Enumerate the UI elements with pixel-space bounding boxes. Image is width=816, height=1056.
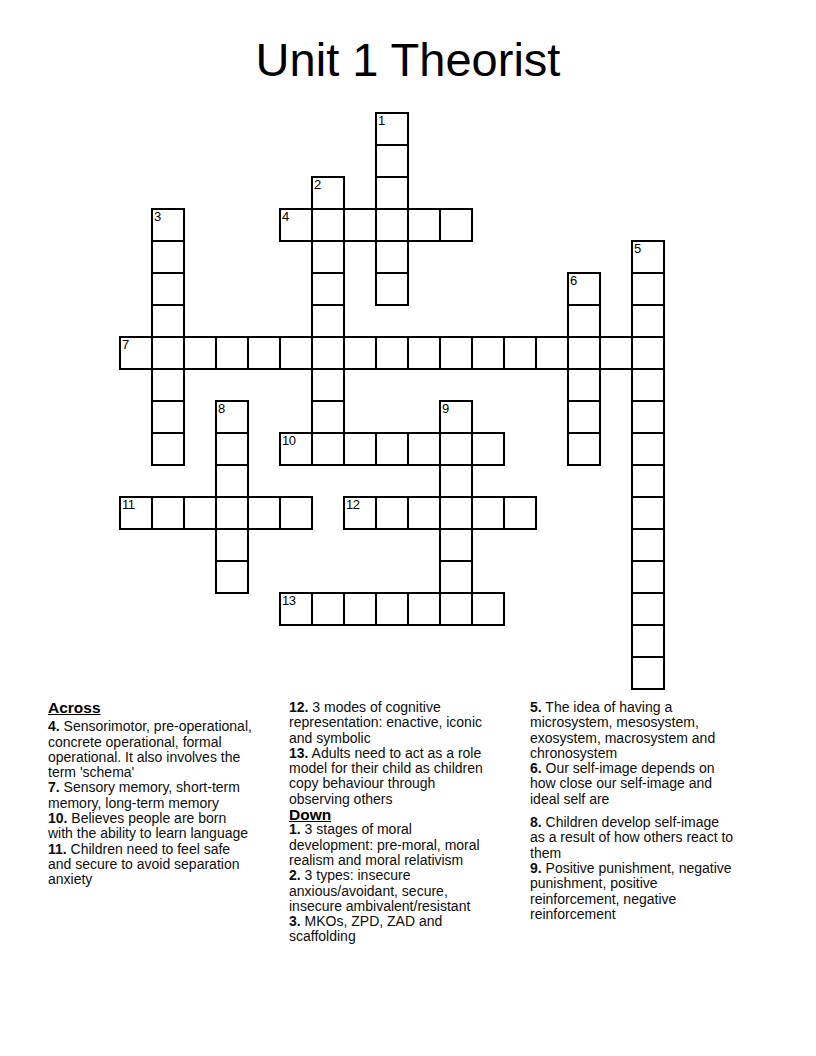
clue-2: 2. 3 types: insecure anxious/avoidant, s… (289, 868, 495, 914)
clue-number-12: 12. (289, 699, 308, 715)
clue-number-10: 10. (48, 810, 67, 826)
grid-cell-r1c8[interactable] (375, 144, 409, 178)
grid-cell-r4c6[interactable] (311, 240, 345, 274)
grid-cell-r5c1[interactable] (151, 272, 185, 306)
cell-number-13: 13 (282, 594, 295, 607)
grid-cell-r7c8[interactable] (375, 336, 409, 370)
clues-column-2: 12. 3 modes of cognitive representation:… (289, 700, 495, 945)
grid-cell-r7c6[interactable] (311, 336, 345, 370)
cell-number-7: 7 (122, 338, 129, 351)
grid-cell-r13c10[interactable] (439, 528, 473, 562)
clue-number-7: 7. (48, 779, 60, 795)
grid-cell-r8c14[interactable] (567, 368, 601, 402)
grid-cell-r12c7[interactable]: 12 (343, 496, 377, 530)
grid-cell-r16c16[interactable] (631, 624, 665, 658)
grid-cell-r3c7[interactable] (343, 208, 377, 242)
grid-cell-r15c8[interactable] (375, 592, 409, 626)
grid-cell-r12c10[interactable] (439, 496, 473, 530)
grid-cell-r10c8[interactable] (375, 432, 409, 466)
grid-cell-r5c6[interactable] (311, 272, 345, 306)
clue-number-3: 3. (289, 913, 301, 929)
clues-column-3: 5. The idea of having a microsystem, mes… (530, 700, 736, 922)
grid-cell-r3c10[interactable] (439, 208, 473, 242)
clue-number-13: 13. (289, 745, 308, 761)
grid-cell-r4c1[interactable] (151, 240, 185, 274)
grid-cell-r9c14[interactable] (567, 400, 601, 434)
grid-cell-r4c8[interactable] (375, 240, 409, 274)
grid-cell-r6c16[interactable] (631, 304, 665, 338)
grid-cell-r4c16[interactable]: 5 (631, 240, 665, 274)
grid-cell-r5c8[interactable] (375, 272, 409, 306)
grid-cell-r12c8[interactable] (375, 496, 409, 530)
cell-number-9: 9 (442, 402, 449, 415)
clue-number-6: 6. (530, 760, 542, 776)
clue-number-8: 8. (530, 814, 542, 830)
grid-cell-r7c14[interactable] (567, 336, 601, 370)
grid-cell-r12c1[interactable] (151, 496, 185, 530)
grid-cell-r12c5[interactable] (279, 496, 313, 530)
grid-cell-r11c10[interactable] (439, 464, 473, 498)
grid-cell-r10c6[interactable] (311, 432, 345, 466)
grid-cell-r7c9[interactable] (407, 336, 441, 370)
grid-cell-r12c0[interactable]: 11 (119, 496, 153, 530)
grid-cell-r9c6[interactable] (311, 400, 345, 434)
cell-number-4: 4 (282, 210, 289, 223)
grid-cell-r6c14[interactable] (567, 304, 601, 338)
clue-number-5: 5. (530, 699, 542, 715)
grid-cell-r7c1[interactable] (151, 336, 185, 370)
grid-cell-r8c1[interactable] (151, 368, 185, 402)
grid-cell-r7c0[interactable]: 7 (119, 336, 153, 370)
cell-number-1: 1 (378, 114, 385, 127)
grid-cell-r12c12[interactable] (503, 496, 537, 530)
grid-cell-r10c3[interactable] (215, 432, 249, 466)
grid-cell-r0c8[interactable]: 1 (375, 112, 409, 146)
grid-cell-r12c4[interactable] (247, 496, 281, 530)
clue-12: 12. 3 modes of cognitive representation:… (289, 700, 495, 746)
grid-cell-r15c7[interactable] (343, 592, 377, 626)
grid-cell-r6c1[interactable] (151, 304, 185, 338)
grid-cell-r10c9[interactable] (407, 432, 441, 466)
grid-cell-r10c1[interactable] (151, 432, 185, 466)
grid-cell-r7c12[interactable] (503, 336, 537, 370)
grid-cell-r8c16[interactable] (631, 368, 665, 402)
grid-cell-r15c5[interactable]: 13 (279, 592, 313, 626)
grid-cell-r10c11[interactable] (471, 432, 505, 466)
grid-cell-r12c2[interactable] (183, 496, 217, 530)
clue-number-1: 1. (289, 821, 301, 837)
grid-cell-r10c16[interactable] (631, 432, 665, 466)
grid-cell-r13c3[interactable] (215, 528, 249, 562)
grid-cell-r5c14[interactable]: 6 (567, 272, 601, 306)
grid-cell-r7c5[interactable] (279, 336, 313, 370)
grid-cell-r11c16[interactable] (631, 464, 665, 498)
grid-cell-r12c9[interactable] (407, 496, 441, 530)
clue-5: 5. The idea of having a microsystem, mes… (530, 700, 736, 761)
grid-cell-r12c3[interactable] (215, 496, 249, 530)
grid-cell-r10c14[interactable] (567, 432, 601, 466)
clue-7: 7. Sensory memory, short-term memory, lo… (48, 780, 254, 811)
cell-number-6: 6 (570, 274, 577, 287)
cell-number-3: 3 (154, 210, 161, 223)
clue-1: 1. 3 stages of moral development: pre-mo… (289, 822, 495, 868)
grid-cell-r15c10[interactable] (439, 592, 473, 626)
grid-cell-r7c3[interactable] (215, 336, 249, 370)
grid-cell-r7c11[interactable] (471, 336, 505, 370)
grid-cell-r15c11[interactable] (471, 592, 505, 626)
grid-cell-r2c6[interactable]: 2 (311, 176, 345, 210)
puzzle-title: Unit 1 Theorist (0, 35, 816, 84)
grid-cell-r15c9[interactable] (407, 592, 441, 626)
grid-cell-r9c16[interactable] (631, 400, 665, 434)
clue-number-11: 11. (48, 841, 67, 857)
cell-number-12: 12 (346, 498, 359, 511)
clue-8: 8. Children develop self-image as a resu… (530, 815, 736, 861)
cell-number-8: 8 (218, 402, 225, 415)
grid-cell-r3c6[interactable] (311, 208, 345, 242)
clue-6: 6. Our self-image depends on how close o… (530, 761, 736, 807)
cell-number-11: 11 (122, 498, 135, 511)
grid-cell-r14c16[interactable] (631, 560, 665, 594)
cell-number-10: 10 (282, 434, 295, 447)
grid-cell-r11c3[interactable] (215, 464, 249, 498)
grid-cell-r10c10[interactable] (439, 432, 473, 466)
grid-cell-r7c7[interactable] (343, 336, 377, 370)
grid-cell-r3c9[interactable] (407, 208, 441, 242)
grid-cell-r12c16[interactable] (631, 496, 665, 530)
grid-cell-r8c6[interactable] (311, 368, 345, 402)
grid-cell-r9c3[interactable]: 8 (215, 400, 249, 434)
cell-number-2: 2 (314, 178, 321, 191)
across-header: Across (48, 700, 254, 715)
clue-number-2: 2. (289, 867, 301, 883)
grid-cell-r9c1[interactable] (151, 400, 185, 434)
grid-cell-r7c4[interactable] (247, 336, 281, 370)
grid-cell-r14c3[interactable] (215, 560, 249, 594)
grid-cell-r3c8[interactable] (375, 208, 409, 242)
grid-cell-r7c2[interactable] (183, 336, 217, 370)
clue-9: 9. Positive punishment, negative punishm… (530, 861, 736, 922)
grid-cell-r3c5[interactable]: 4 (279, 208, 313, 242)
grid-cell-r17c16[interactable] (631, 656, 665, 690)
cell-number-5: 5 (634, 242, 641, 255)
grid-cell-r15c6[interactable] (311, 592, 345, 626)
crossword-grid: 12345678910111213 (119, 112, 665, 690)
clue-number-4: 4. (48, 718, 60, 734)
grid-cell-r13c16[interactable] (631, 528, 665, 562)
grid-cell-r5c16[interactable] (631, 272, 665, 306)
grid-cell-r7c15[interactable] (599, 336, 633, 370)
grid-cell-r7c13[interactable] (535, 336, 569, 370)
clue-3: 3. MKOs, ZPD, ZAD and scaffolding (289, 914, 495, 945)
clue-number-9: 9. (530, 860, 542, 876)
clues-column-1: Across4. Sensorimotor, pre-operational, … (48, 700, 254, 888)
down-header: Down (289, 807, 495, 822)
worksheet-page: Unit 1 Theorist 12345678910111213 Across… (0, 0, 816, 1056)
grid-cell-r9c10[interactable]: 9 (439, 400, 473, 434)
clue-10: 10. Believes people are born with the ab… (48, 811, 254, 842)
grid-cell-r2c8[interactable] (375, 176, 409, 210)
clue-13: 13. Adults need to act as a role model f… (289, 746, 495, 807)
clue-11: 11. Children need to feel safe and secur… (48, 842, 254, 888)
grid-cell-r10c7[interactable] (343, 432, 377, 466)
grid-cell-r3c1[interactable]: 3 (151, 208, 185, 242)
grid-cell-r14c10[interactable] (439, 560, 473, 594)
grid-cell-r7c10[interactable] (439, 336, 473, 370)
clue-4: 4. Sensorimotor, pre-operational, concre… (48, 719, 254, 780)
grid-cell-r7c16[interactable] (631, 336, 665, 370)
grid-cell-r10c5[interactable]: 10 (279, 432, 313, 466)
grid-cell-r12c11[interactable] (471, 496, 505, 530)
grid-cell-r15c16[interactable] (631, 592, 665, 626)
grid-cell-r6c6[interactable] (311, 304, 345, 338)
